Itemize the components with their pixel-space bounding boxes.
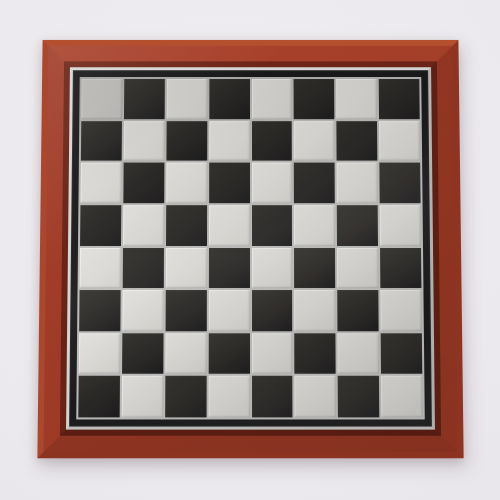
square-f7[interactable] [294,121,335,161]
square-d2[interactable] [208,333,249,374]
square-d4[interactable] [209,247,250,288]
square-c7[interactable] [166,121,207,161]
square-a3[interactable] [79,290,120,331]
square-c3[interactable] [165,290,206,331]
square-e8[interactable] [251,79,292,119]
square-d5[interactable] [209,205,250,245]
square-f5[interactable] [294,205,335,245]
square-h6[interactable] [379,163,420,203]
square-g8[interactable] [336,79,377,119]
square-g6[interactable] [337,163,378,203]
square-h4[interactable] [380,247,421,288]
square-g1[interactable] [338,376,380,417]
square-f1[interactable] [295,376,336,417]
square-f8[interactable] [294,79,335,119]
square-b7[interactable] [124,121,165,161]
square-e5[interactable] [251,205,292,245]
square-b1[interactable] [122,376,164,417]
square-g7[interactable] [337,121,378,161]
square-c5[interactable] [166,205,207,245]
square-b4[interactable] [123,247,164,288]
photo-background [0,0,500,500]
square-a1[interactable] [78,376,120,417]
square-d1[interactable] [208,376,249,417]
square-f3[interactable] [294,290,335,331]
square-a8[interactable] [81,79,122,119]
square-d8[interactable] [209,79,250,119]
square-f2[interactable] [295,333,336,374]
square-b2[interactable] [122,333,163,374]
square-h5[interactable] [380,205,421,245]
square-e6[interactable] [251,163,292,203]
square-a5[interactable] [80,205,121,245]
square-a6[interactable] [80,163,121,203]
square-h7[interactable] [379,121,420,161]
square-c4[interactable] [166,247,207,288]
board-grid [76,77,425,419]
square-b6[interactable] [123,163,164,203]
square-d6[interactable] [209,163,250,203]
square-f4[interactable] [294,247,335,288]
square-e2[interactable] [252,333,293,374]
square-h1[interactable] [381,376,423,417]
square-a2[interactable] [79,333,121,374]
square-h3[interactable] [380,290,421,331]
square-g2[interactable] [338,333,379,374]
square-c6[interactable] [166,163,207,203]
square-b8[interactable] [124,79,165,119]
square-e4[interactable] [252,247,293,288]
square-b3[interactable] [122,290,163,331]
board-black-margin [70,71,431,425]
square-c2[interactable] [165,333,206,374]
chess-board [37,40,463,458]
board-frame-inner-bevel [60,61,441,435]
square-c1[interactable] [165,376,206,417]
board-frame-outer-edge [37,40,463,458]
square-g4[interactable] [337,247,378,288]
square-a7[interactable] [81,121,122,161]
square-e7[interactable] [251,121,292,161]
square-h2[interactable] [381,333,423,374]
square-e3[interactable] [252,290,293,331]
square-h8[interactable] [379,79,420,119]
board-wood-frame [44,46,458,452]
square-d7[interactable] [209,121,250,161]
square-a4[interactable] [80,247,121,288]
square-f6[interactable] [294,163,335,203]
square-g3[interactable] [337,290,378,331]
square-c8[interactable] [166,79,207,119]
square-d3[interactable] [208,290,249,331]
square-b5[interactable] [123,205,164,245]
square-g5[interactable] [337,205,378,245]
board-metal-trim [66,67,435,429]
square-e1[interactable] [252,376,293,417]
